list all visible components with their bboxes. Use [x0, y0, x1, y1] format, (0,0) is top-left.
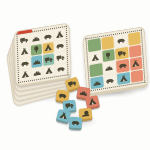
car-icon	[71, 119, 80, 127]
board-cell	[130, 69, 143, 82]
car-icon	[56, 65, 65, 73]
board-cell	[103, 61, 116, 74]
hedgehog-icon	[33, 69, 42, 77]
car-icon	[20, 59, 29, 67]
tipi-icon	[44, 67, 53, 75]
board-cell	[128, 32, 141, 45]
left-board	[13, 22, 71, 87]
board-cell	[43, 53, 54, 65]
hedgehog-icon	[105, 64, 114, 72]
tipi-icon	[119, 74, 128, 82]
snail-icon	[81, 110, 91, 118]
board-cell	[128, 44, 141, 57]
board-cell	[31, 43, 42, 55]
truck-icon	[44, 55, 53, 63]
board-cell	[54, 40, 65, 52]
board-cell	[43, 65, 54, 77]
tree-icon	[104, 51, 113, 59]
board-cell	[18, 34, 29, 46]
car-icon	[118, 61, 127, 69]
board-cell	[114, 34, 127, 47]
board-cell	[129, 57, 142, 70]
board-cell	[88, 51, 101, 64]
truck-icon	[67, 79, 78, 88]
product-photo-scene	[0, 0, 150, 150]
right-board	[82, 26, 148, 97]
board-cell	[101, 36, 114, 49]
tipi-icon	[20, 47, 29, 55]
tree-icon	[32, 45, 41, 53]
board-cell	[104, 74, 117, 87]
board-cell	[115, 46, 128, 59]
board-cell	[90, 76, 103, 89]
truck-icon	[65, 102, 75, 110]
board-cell	[20, 69, 31, 81]
car-icon	[58, 91, 68, 99]
right-board-grid	[88, 32, 144, 89]
truck-icon	[117, 49, 126, 57]
board-cell	[19, 45, 30, 57]
board-cell	[19, 57, 30, 69]
board-cell	[88, 38, 101, 51]
tipi-icon	[44, 44, 53, 52]
tipi-icon	[131, 59, 140, 67]
tipi-icon	[87, 97, 97, 106]
board-cell	[89, 63, 102, 76]
hedgehog-icon	[32, 57, 41, 65]
car-icon	[55, 42, 64, 50]
tipi-icon	[21, 70, 30, 78]
hedgehog-icon	[79, 88, 89, 96]
wooden-tile-blue-car[interactable]	[69, 117, 83, 131]
board-cell	[32, 67, 43, 79]
hedgehog-icon	[92, 78, 101, 86]
board-cell	[117, 71, 130, 84]
board-cell	[55, 63, 66, 75]
board-cell	[54, 28, 65, 40]
tipi-icon	[55, 30, 64, 38]
board-cell	[102, 49, 115, 62]
car-icon	[105, 76, 114, 84]
truck-icon	[56, 53, 65, 61]
board-cell	[30, 32, 41, 44]
car-icon	[116, 36, 125, 44]
tipi-icon	[90, 53, 99, 61]
hedgehog-icon	[31, 34, 40, 42]
car-icon	[43, 32, 52, 40]
board-cell	[43, 42, 54, 54]
board-cell	[31, 55, 42, 67]
tipi-icon	[59, 111, 69, 120]
truck-icon	[20, 36, 29, 44]
left-board-grid	[18, 28, 66, 81]
board-cell	[42, 30, 53, 42]
board-cell	[55, 51, 66, 63]
board-cell	[116, 59, 129, 72]
